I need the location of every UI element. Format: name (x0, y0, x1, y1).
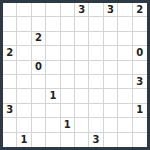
cell[interactable]: 3 (133, 75, 147, 89)
cell[interactable] (104, 104, 118, 118)
clue-number: 3 (93, 135, 100, 145)
cell[interactable] (89, 32, 103, 46)
cell[interactable] (104, 46, 118, 60)
cell[interactable] (61, 89, 75, 103)
cell[interactable]: 0 (32, 61, 46, 75)
cell[interactable] (133, 89, 147, 103)
cell[interactable] (89, 89, 103, 103)
cell[interactable] (133, 17, 147, 31)
cell[interactable] (46, 3, 60, 17)
cell[interactable] (46, 75, 60, 89)
cell[interactable] (104, 61, 118, 75)
cell[interactable] (46, 133, 60, 147)
cell[interactable] (3, 3, 17, 17)
cell[interactable]: 2 (133, 3, 147, 17)
cell[interactable] (3, 61, 17, 75)
cell[interactable] (75, 104, 89, 118)
cell[interactable] (17, 61, 31, 75)
cell[interactable] (104, 118, 118, 132)
cell[interactable] (17, 3, 31, 17)
cell[interactable] (61, 46, 75, 60)
cell[interactable] (89, 61, 103, 75)
cell[interactable] (118, 17, 132, 31)
cell[interactable] (61, 3, 75, 17)
cell[interactable] (75, 32, 89, 46)
cell[interactable] (104, 89, 118, 103)
cell[interactable] (46, 17, 60, 31)
cell[interactable] (89, 3, 103, 17)
cell[interactable] (118, 75, 132, 89)
cell[interactable] (17, 46, 31, 60)
cell[interactable] (133, 118, 147, 132)
cell[interactable]: 1 (46, 89, 60, 103)
cell[interactable] (118, 89, 132, 103)
cell[interactable] (17, 104, 31, 118)
cell[interactable] (46, 118, 60, 132)
cell[interactable] (133, 133, 147, 147)
clue-number: 0 (136, 48, 143, 58)
cell[interactable]: 2 (32, 32, 46, 46)
cell[interactable] (61, 17, 75, 31)
cell[interactable] (75, 46, 89, 60)
cell[interactable]: 0 (133, 46, 147, 60)
cell[interactable] (75, 118, 89, 132)
cell[interactable] (46, 61, 60, 75)
clue-number: 0 (35, 62, 42, 72)
cell[interactable] (3, 118, 17, 132)
cell[interactable] (89, 75, 103, 89)
slitherlink-board: 33222003131113 (0, 0, 150, 150)
cell[interactable] (133, 32, 147, 46)
cell[interactable] (32, 89, 46, 103)
cell[interactable] (17, 75, 31, 89)
cell[interactable] (32, 75, 46, 89)
cell[interactable] (46, 46, 60, 60)
clue-number: 1 (136, 105, 143, 115)
cell[interactable] (118, 61, 132, 75)
cell[interactable] (118, 133, 132, 147)
cell[interactable] (46, 32, 60, 46)
cell[interactable]: 3 (89, 133, 103, 147)
cell[interactable] (75, 133, 89, 147)
clue-number: 1 (64, 120, 71, 130)
cell[interactable] (17, 32, 31, 46)
cell[interactable] (32, 118, 46, 132)
cell[interactable] (61, 61, 75, 75)
clue-number: 1 (49, 91, 56, 101)
cell[interactable] (3, 133, 17, 147)
cell[interactable] (32, 3, 46, 17)
cell[interactable] (75, 61, 89, 75)
cell[interactable] (32, 133, 46, 147)
cell[interactable] (17, 17, 31, 31)
cell[interactable] (118, 3, 132, 17)
cell[interactable] (118, 118, 132, 132)
cell[interactable] (104, 32, 118, 46)
cell[interactable] (75, 17, 89, 31)
clue-number: 2 (6, 48, 13, 58)
cell[interactable] (61, 104, 75, 118)
cell[interactable]: 2 (3, 46, 17, 60)
cell[interactable] (32, 46, 46, 60)
cell[interactable] (3, 89, 17, 103)
cell[interactable] (118, 46, 132, 60)
cell[interactable] (89, 104, 103, 118)
clue-number: 3 (6, 105, 13, 115)
cell[interactable] (61, 75, 75, 89)
cell[interactable] (118, 32, 132, 46)
cell[interactable]: 3 (75, 3, 89, 17)
clue-number: 3 (136, 77, 143, 87)
cell[interactable] (3, 75, 17, 89)
cell[interactable] (89, 17, 103, 31)
clue-number: 2 (136, 5, 143, 15)
cell[interactable]: 1 (133, 104, 147, 118)
cell[interactable] (3, 17, 17, 31)
clue-number: 3 (78, 5, 85, 15)
cell[interactable] (75, 89, 89, 103)
clue-number: 2 (35, 33, 42, 43)
cell[interactable] (3, 32, 17, 46)
cell[interactable] (89, 118, 103, 132)
cell[interactable] (61, 133, 75, 147)
cell[interactable] (104, 75, 118, 89)
cell[interactable] (133, 61, 147, 75)
cell[interactable] (17, 118, 31, 132)
cell[interactable]: 3 (3, 104, 17, 118)
cell[interactable] (46, 104, 60, 118)
cell[interactable]: 1 (17, 133, 31, 147)
cell[interactable] (89, 46, 103, 60)
cell[interactable] (104, 17, 118, 31)
clue-number: 1 (21, 135, 28, 145)
cell[interactable] (118, 104, 132, 118)
cell[interactable] (75, 75, 89, 89)
cell[interactable]: 1 (61, 118, 75, 132)
cell[interactable]: 3 (104, 3, 118, 17)
cell[interactable] (61, 32, 75, 46)
cell[interactable] (32, 104, 46, 118)
cell[interactable] (17, 89, 31, 103)
cell[interactable] (32, 17, 46, 31)
clue-number: 3 (107, 5, 114, 15)
cell[interactable] (104, 133, 118, 147)
